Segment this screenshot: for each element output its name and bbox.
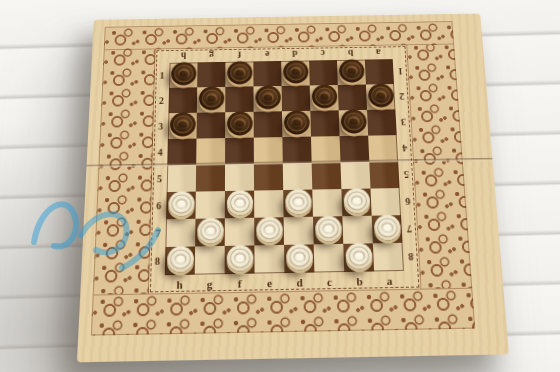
checker-glyph: ● (263, 222, 275, 236)
file-label-bottom-c: c (314, 272, 344, 291)
square-e5[interactable] (254, 163, 283, 190)
dark-piece-e2[interactable]: ● (255, 85, 281, 109)
square-b2[interactable] (338, 85, 367, 111)
dark-piece-h1[interactable]: ● (171, 61, 197, 85)
square-f1[interactable]: ● (225, 61, 253, 86)
square-a2[interactable]: ● (366, 84, 395, 110)
square-f4[interactable] (225, 138, 254, 165)
square-d7[interactable] (284, 217, 314, 245)
dark-piece-a2[interactable]: ● (367, 83, 393, 107)
rank-label-left-3: 3 (153, 113, 168, 139)
checker-glyph: ● (204, 224, 216, 238)
file-label-top-a: a (364, 45, 392, 59)
rank-label-right-6: 6 (400, 188, 417, 215)
dark-piece-c2[interactable]: ● (311, 84, 337, 108)
square-a7[interactable]: ● (372, 215, 403, 243)
square-f5[interactable] (225, 164, 254, 191)
square-g6[interactable] (195, 191, 224, 219)
square-g7[interactable]: ● (195, 218, 225, 246)
square-d4[interactable] (282, 137, 311, 164)
square-a6[interactable] (370, 188, 401, 216)
checker-glyph: ● (177, 118, 188, 131)
square-e1[interactable] (253, 61, 281, 86)
square-a8[interactable] (373, 243, 404, 272)
light-piece-b8[interactable]: ● (345, 242, 373, 268)
square-e7[interactable]: ● (254, 217, 284, 245)
checker-glyph: ● (234, 66, 245, 78)
light-piece-d8[interactable]: ● (286, 243, 313, 270)
dark-piece-f3[interactable]: ● (227, 111, 253, 135)
square-g8[interactable] (195, 246, 225, 275)
rank-label-right-5: 5 (398, 161, 414, 188)
dark-piece-d1[interactable]: ● (283, 60, 309, 83)
square-b7[interactable] (342, 216, 373, 244)
square-c1[interactable] (309, 60, 338, 85)
square-f3[interactable]: ● (225, 112, 254, 138)
rank-label-right-2: 2 (394, 84, 410, 110)
square-d3[interactable]: ● (282, 111, 311, 137)
file-label-bottom-g: g (194, 274, 224, 293)
checker-glyph: ● (347, 115, 359, 128)
light-piece-f6[interactable]: ● (226, 190, 252, 216)
checker-glyph: ● (352, 249, 364, 263)
checker-glyph: ● (175, 197, 187, 210)
square-c5[interactable] (312, 162, 342, 189)
dark-piece-b1[interactable]: ● (338, 59, 364, 82)
rank-label-right-4: 4 (397, 135, 413, 161)
dark-piece-d3[interactable]: ● (283, 110, 309, 134)
light-piece-b6[interactable]: ● (343, 188, 370, 214)
square-e8[interactable] (254, 245, 284, 274)
rank-label-right-7: 7 (401, 215, 418, 243)
file-label-bottom-a: a (374, 271, 405, 290)
square-d1[interactable]: ● (281, 61, 310, 86)
square-d6[interactable]: ● (283, 190, 313, 218)
square-b4[interactable] (340, 136, 370, 163)
rank-label-left-4: 4 (152, 139, 168, 166)
square-a5[interactable] (369, 161, 399, 188)
square-e6[interactable] (254, 190, 284, 218)
square-a4[interactable] (368, 135, 398, 162)
square-b1[interactable]: ● (337, 60, 366, 85)
file-label-bottom-d: d (284, 273, 314, 292)
checker-glyph: ● (318, 90, 329, 102)
square-c6[interactable] (312, 189, 342, 217)
square-a3[interactable] (367, 109, 397, 135)
square-g2[interactable]: ● (197, 87, 225, 113)
light-piece-e7[interactable]: ● (256, 216, 283, 242)
square-e3[interactable] (254, 111, 283, 137)
square-b3[interactable]: ● (339, 110, 368, 136)
square-d2[interactable] (282, 85, 311, 111)
checker-glyph: ● (234, 251, 246, 265)
square-c7[interactable]: ● (313, 216, 343, 244)
checker-glyph: ● (290, 65, 301, 77)
checker-glyph: ● (322, 221, 334, 234)
square-b6[interactable]: ● (341, 189, 371, 217)
square-b5[interactable] (340, 162, 370, 189)
checker-glyph: ● (293, 250, 305, 264)
square-d8[interactable]: ● (284, 244, 314, 273)
square-h1[interactable]: ● (169, 62, 197, 87)
rank-label-left-2: 2 (154, 88, 169, 114)
square-c2[interactable]: ● (310, 85, 339, 111)
light-piece-g7[interactable]: ● (197, 217, 224, 243)
dark-piece-b3[interactable]: ● (340, 109, 366, 133)
square-g4[interactable] (196, 138, 225, 165)
square-g5[interactable] (196, 164, 225, 191)
ornament-band-bottom (91, 288, 475, 336)
light-piece-a7[interactable]: ● (373, 214, 401, 240)
dark-piece-f1[interactable]: ● (227, 61, 252, 84)
rank-label-right-3: 3 (395, 109, 411, 135)
square-h2[interactable] (168, 87, 197, 113)
checker-glyph: ● (262, 91, 273, 103)
checker-glyph: ● (178, 67, 189, 79)
square-c8[interactable] (314, 244, 345, 273)
file-label-bottom-b: b (344, 271, 375, 290)
square-c4[interactable] (311, 136, 340, 163)
square-g1[interactable] (197, 62, 225, 87)
file-label-top-g: g (198, 48, 226, 62)
watermark (26, 180, 176, 280)
rank-label-right-8: 8 (402, 243, 419, 271)
light-piece-f8[interactable]: ● (226, 244, 253, 271)
square-f2[interactable] (225, 86, 253, 112)
square-h3[interactable]: ● (168, 113, 197, 139)
checker-glyph: ● (292, 195, 304, 208)
square-d5[interactable] (283, 163, 313, 190)
square-b8[interactable]: ● (343, 243, 374, 272)
square-f7[interactable] (225, 218, 255, 246)
checker-glyph: ● (206, 92, 217, 104)
square-f6[interactable]: ● (225, 191, 254, 219)
file-label-bottom-e: e (255, 273, 285, 292)
square-c3[interactable] (310, 110, 339, 136)
dark-piece-h3[interactable]: ● (169, 112, 195, 136)
checker-glyph: ● (381, 220, 393, 233)
light-piece-d6[interactable]: ● (285, 189, 312, 215)
file-label-bottom-f: f (225, 274, 255, 293)
checker-glyph: ● (375, 89, 387, 101)
checker-glyph: ● (234, 117, 245, 130)
file-label-top-c: c (309, 46, 337, 60)
square-a1[interactable] (365, 59, 394, 84)
checker-glyph: ● (234, 196, 245, 209)
square-f8[interactable]: ● (225, 245, 255, 274)
checker-glyph: ● (291, 116, 302, 129)
square-e2[interactable]: ● (253, 86, 282, 112)
checker-glyph: ● (350, 194, 362, 207)
square-g3[interactable] (197, 112, 226, 138)
rank-label-left-1: 1 (154, 63, 169, 88)
square-e4[interactable] (254, 137, 283, 164)
square-h4[interactable] (167, 139, 196, 166)
checker-glyph: ● (346, 64, 357, 76)
rank-label-right-1: 1 (393, 59, 409, 84)
dark-piece-g2[interactable]: ● (198, 86, 224, 110)
light-piece-c7[interactable]: ● (314, 215, 341, 241)
file-label-top-e: e (253, 47, 281, 61)
